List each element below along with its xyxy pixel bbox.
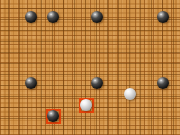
white-stone — [80, 99, 92, 111]
black-stone — [91, 11, 103, 23]
black-stone — [25, 11, 37, 23]
black-stone — [91, 77, 103, 89]
go-board[interactable] — [0, 0, 180, 135]
go-game-screen — [0, 0, 180, 135]
black-stone — [157, 77, 169, 89]
white-stone — [124, 88, 136, 100]
black-stone — [47, 110, 59, 122]
black-stone — [157, 11, 169, 23]
black-stone — [47, 11, 59, 23]
black-stone — [25, 77, 37, 89]
